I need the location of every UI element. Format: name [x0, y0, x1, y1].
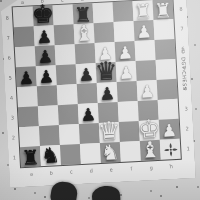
chess-board-sheet: abcdefgh abcdefgh 87654321 87654321 © DG… [0, 0, 196, 188]
floor-speckle-texture [0, 0, 2, 2]
white-pawn-h2: ♟ [159, 119, 180, 140]
black-knight-b1: ♞ [40, 145, 61, 166]
black-pawn-e4: ♟ [97, 82, 118, 103]
white-rook-g8: ♜ [132, 0, 153, 21]
black-queen-e5: ♛ [96, 62, 117, 83]
black-pawn-a5: ♟ [16, 66, 37, 87]
black-pawn-b6: ♟ [35, 45, 56, 66]
black-king-b8: ♚ [33, 5, 54, 26]
black-pawn-d5: ♟ [76, 63, 97, 84]
black-rook-a1: ♜ [20, 146, 41, 167]
white-pawn-g4: ♟ [137, 80, 158, 101]
black-pawn-b5: ♟ [36, 65, 57, 86]
white-pawn-f6: ♟ [115, 41, 136, 62]
white-rook-h8: ♜ [152, 0, 173, 20]
white-queen-e2: ♛ [99, 122, 120, 143]
black-rook-d8: ♜ [73, 3, 94, 24]
black-pawn-b7: ♟ [34, 25, 55, 46]
brand-emblem [160, 139, 181, 160]
white-king-g2: ♚ [139, 120, 160, 141]
shoe [91, 185, 121, 200]
black-pawn-d3: ♟ [78, 103, 99, 124]
white-bishop-d7: ♝ [74, 23, 95, 44]
white-pawn-g7: ♟ [134, 20, 155, 41]
photo-scene: abcdefgh abcdefgh 87654321 87654321 © DG… [0, 0, 200, 200]
white-pawn-e6: ♟ [95, 42, 116, 63]
white-pawn-f5: ♟ [116, 61, 137, 82]
white-bishop-g1: ♝ [140, 140, 161, 161]
pieces-layer: ♚♜♜♜♟♝♟♟♟♟♟♟♟♛♟♟♟♟♛♚♟♜♞♞♝ [13, 0, 181, 167]
white-knight-e1: ♞ [100, 142, 121, 163]
